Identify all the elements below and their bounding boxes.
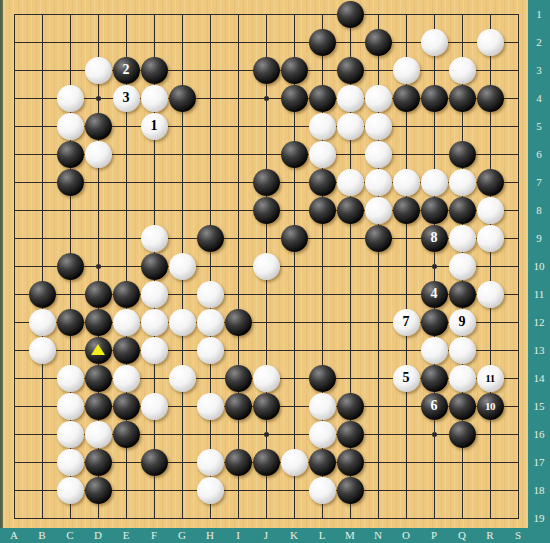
- stone-white[interactable]: [421, 169, 448, 196]
- column-label: J: [256, 530, 276, 541]
- stone-white[interactable]: [337, 113, 364, 140]
- stone-black[interactable]: [169, 85, 196, 112]
- stone-white[interactable]: [365, 169, 392, 196]
- row-label: 11: [528, 289, 550, 300]
- column-label: Q: [452, 530, 472, 541]
- stone-black[interactable]: [85, 365, 112, 392]
- stone-white[interactable]: [365, 85, 392, 112]
- stone-white[interactable]: [141, 225, 168, 252]
- row-label: 15: [528, 401, 550, 412]
- stone-white[interactable]: [57, 365, 84, 392]
- column-label: O: [396, 530, 416, 541]
- stone-white[interactable]: [197, 309, 224, 336]
- move-number-label: 11: [485, 373, 494, 384]
- column-label: L: [312, 530, 332, 541]
- stone-white[interactable]: [365, 141, 392, 168]
- stone-white[interactable]: [449, 337, 476, 364]
- stone-white[interactable]: [85, 421, 112, 448]
- stone-white[interactable]: 7: [393, 309, 420, 336]
- stone-black[interactable]: [337, 449, 364, 476]
- stone-white[interactable]: [337, 169, 364, 196]
- column-label: M: [340, 530, 360, 541]
- stone-black[interactable]: [113, 421, 140, 448]
- row-label: 10: [528, 261, 550, 272]
- stone-black[interactable]: [309, 449, 336, 476]
- star-point: [432, 264, 437, 269]
- stone-white[interactable]: [197, 393, 224, 420]
- triangle-marker-icon: [91, 344, 105, 355]
- stone-white[interactable]: [113, 309, 140, 336]
- stone-black[interactable]: [113, 337, 140, 364]
- stone-black[interactable]: [421, 365, 448, 392]
- row-coordinate-strip: 12345678910111213141516171819: [528, 0, 550, 543]
- stone-black[interactable]: 8: [421, 225, 448, 252]
- stone-white[interactable]: [197, 477, 224, 504]
- stone-black[interactable]: [85, 113, 112, 140]
- stone-black[interactable]: [281, 225, 308, 252]
- stone-black[interactable]: [85, 449, 112, 476]
- stone-white[interactable]: 9: [449, 309, 476, 336]
- stone-black[interactable]: [393, 85, 420, 112]
- move-number-label: 8: [431, 231, 438, 245]
- stone-black[interactable]: [85, 337, 112, 364]
- star-point: [96, 264, 101, 269]
- stone-black[interactable]: [57, 309, 84, 336]
- stone-white[interactable]: [477, 197, 504, 224]
- stone-white[interactable]: [253, 365, 280, 392]
- stone-black[interactable]: [85, 281, 112, 308]
- stone-white[interactable]: [365, 197, 392, 224]
- stone-black[interactable]: [225, 309, 252, 336]
- stone-white[interactable]: [141, 337, 168, 364]
- move-number-label: 6: [431, 399, 438, 413]
- stone-white[interactable]: 1: [141, 113, 168, 140]
- stone-black[interactable]: [337, 421, 364, 448]
- stone-black[interactable]: [253, 57, 280, 84]
- stone-black[interactable]: [449, 281, 476, 308]
- stone-white[interactable]: [197, 337, 224, 364]
- stone-white[interactable]: [57, 421, 84, 448]
- stone-white[interactable]: [309, 393, 336, 420]
- stone-black[interactable]: [57, 141, 84, 168]
- stone-black[interactable]: [449, 197, 476, 224]
- stone-white[interactable]: [309, 113, 336, 140]
- stone-white[interactable]: [309, 421, 336, 448]
- stone-black[interactable]: [281, 57, 308, 84]
- stone-white[interactable]: [85, 57, 112, 84]
- stone-white[interactable]: [141, 393, 168, 420]
- stone-black[interactable]: [57, 253, 84, 280]
- stone-black[interactable]: [253, 449, 280, 476]
- stone-white[interactable]: [57, 449, 84, 476]
- stone-black[interactable]: 2: [113, 57, 140, 84]
- stone-white[interactable]: [57, 113, 84, 140]
- column-label: I: [228, 530, 248, 541]
- stone-black[interactable]: [309, 197, 336, 224]
- stone-black[interactable]: [337, 197, 364, 224]
- stone-black[interactable]: [197, 225, 224, 252]
- column-label: S: [508, 530, 528, 541]
- stone-black[interactable]: [365, 225, 392, 252]
- move-number-label: 10: [485, 401, 495, 412]
- stone-black[interactable]: [29, 281, 56, 308]
- stone-white[interactable]: [393, 169, 420, 196]
- stone-black[interactable]: [337, 1, 364, 28]
- stone-white[interactable]: [29, 337, 56, 364]
- stone-black[interactable]: [309, 85, 336, 112]
- row-label: 14: [528, 373, 550, 384]
- stone-black[interactable]: 10: [477, 393, 504, 420]
- stone-black[interactable]: [477, 85, 504, 112]
- stone-black[interactable]: [113, 281, 140, 308]
- stone-white[interactable]: [449, 365, 476, 392]
- stone-black[interactable]: [225, 393, 252, 420]
- stone-white[interactable]: [449, 225, 476, 252]
- star-point: [264, 96, 269, 101]
- row-label: 18: [528, 485, 550, 496]
- stone-white[interactable]: 3: [113, 85, 140, 112]
- row-label: 3: [528, 65, 550, 76]
- stone-white[interactable]: 11: [477, 365, 504, 392]
- stone-white[interactable]: [309, 141, 336, 168]
- row-label: 19: [528, 513, 550, 524]
- row-label: 16: [528, 429, 550, 440]
- stone-black[interactable]: [421, 309, 448, 336]
- stone-black[interactable]: [281, 85, 308, 112]
- row-label: 4: [528, 93, 550, 104]
- stone-white[interactable]: [477, 29, 504, 56]
- stone-white[interactable]: [113, 365, 140, 392]
- stone-black[interactable]: [85, 309, 112, 336]
- stone-black[interactable]: 4: [421, 281, 448, 308]
- stone-white[interactable]: [169, 365, 196, 392]
- stone-white[interactable]: [449, 253, 476, 280]
- row-label: 17: [528, 457, 550, 468]
- row-label: 2: [528, 37, 550, 48]
- stone-black[interactable]: [309, 169, 336, 196]
- stone-white[interactable]: [197, 281, 224, 308]
- stone-black[interactable]: [281, 141, 308, 168]
- move-number-label: 1: [151, 119, 158, 133]
- column-label: D: [88, 530, 108, 541]
- stone-white[interactable]: 5: [393, 365, 420, 392]
- stone-white[interactable]: [169, 309, 196, 336]
- stone-black[interactable]: [337, 477, 364, 504]
- stone-black[interactable]: [449, 421, 476, 448]
- stone-white[interactable]: [449, 169, 476, 196]
- grid-line-horizontal: [14, 518, 519, 519]
- column-label: R: [480, 530, 500, 541]
- stone-white[interactable]: [29, 309, 56, 336]
- column-label: B: [32, 530, 52, 541]
- row-label: 7: [528, 177, 550, 188]
- row-label: 13: [528, 345, 550, 356]
- stone-white[interactable]: [421, 337, 448, 364]
- stone-white[interactable]: [169, 253, 196, 280]
- stone-white[interactable]: [337, 85, 364, 112]
- stone-black[interactable]: [57, 169, 84, 196]
- stone-black[interactable]: [225, 449, 252, 476]
- move-number-label: 5: [403, 371, 410, 385]
- stone-black[interactable]: 6: [421, 393, 448, 420]
- column-label: G: [172, 530, 192, 541]
- move-number-label: 3: [123, 91, 130, 105]
- row-label: 8: [528, 205, 550, 216]
- stone-white[interactable]: [253, 253, 280, 280]
- stone-black[interactable]: [141, 449, 168, 476]
- stone-black[interactable]: [253, 197, 280, 224]
- stone-white[interactable]: [281, 449, 308, 476]
- column-label: P: [424, 530, 444, 541]
- stone-black[interactable]: [85, 393, 112, 420]
- stone-white[interactable]: [57, 85, 84, 112]
- star-point: [432, 432, 437, 437]
- stone-black[interactable]: [449, 85, 476, 112]
- stone-black[interactable]: [365, 29, 392, 56]
- stone-white[interactable]: [57, 477, 84, 504]
- row-label: 6: [528, 149, 550, 160]
- stone-white[interactable]: [477, 225, 504, 252]
- go-game-screen: 2318479511610 12345678910111213141516171…: [0, 0, 550, 543]
- row-label: 12: [528, 317, 550, 328]
- column-label: A: [4, 530, 24, 541]
- go-board[interactable]: 2318479511610: [0, 0, 528, 528]
- stone-white[interactable]: [421, 29, 448, 56]
- stone-black[interactable]: [141, 57, 168, 84]
- stone-white[interactable]: [141, 85, 168, 112]
- stone-black[interactable]: [85, 477, 112, 504]
- move-number-label: 9: [459, 315, 466, 329]
- column-label: H: [200, 530, 220, 541]
- column-label: K: [284, 530, 304, 541]
- row-label: 1: [528, 9, 550, 20]
- stone-black[interactable]: [477, 169, 504, 196]
- star-point: [96, 96, 101, 101]
- stone-white[interactable]: [141, 309, 168, 336]
- stone-white[interactable]: [393, 57, 420, 84]
- stone-black[interactable]: [449, 393, 476, 420]
- stone-black[interactable]: [225, 365, 252, 392]
- column-coordinate-strip: ABCDEFGHIJKLMNOPQRS: [0, 528, 528, 543]
- stone-black[interactable]: [421, 197, 448, 224]
- stone-black[interactable]: [253, 393, 280, 420]
- column-label: F: [144, 530, 164, 541]
- stone-black[interactable]: [393, 197, 420, 224]
- move-number-label: 4: [431, 287, 438, 301]
- board-left-edge: [0, 0, 3, 528]
- stone-black[interactable]: [337, 57, 364, 84]
- stone-black[interactable]: [337, 393, 364, 420]
- stone-black[interactable]: [309, 365, 336, 392]
- row-label: 9: [528, 233, 550, 244]
- stone-white[interactable]: [141, 281, 168, 308]
- stone-white[interactable]: [365, 113, 392, 140]
- column-label: C: [60, 530, 80, 541]
- stone-white[interactable]: [309, 477, 336, 504]
- move-number-label: 2: [123, 63, 130, 77]
- stone-black[interactable]: [253, 169, 280, 196]
- move-number-label: 7: [403, 315, 410, 329]
- stone-black[interactable]: [113, 393, 140, 420]
- stone-white[interactable]: [57, 393, 84, 420]
- stone-black[interactable]: [141, 253, 168, 280]
- stone-white[interactable]: [477, 281, 504, 308]
- stone-black[interactable]: [449, 141, 476, 168]
- row-label: 5: [528, 121, 550, 132]
- stone-white[interactable]: [449, 57, 476, 84]
- column-label: N: [368, 530, 388, 541]
- stone-black[interactable]: [421, 85, 448, 112]
- column-label: E: [116, 530, 136, 541]
- grid-line-vertical: [518, 14, 519, 519]
- stone-white[interactable]: [85, 141, 112, 168]
- stone-white[interactable]: [197, 449, 224, 476]
- stone-black[interactable]: [309, 29, 336, 56]
- star-point: [264, 432, 269, 437]
